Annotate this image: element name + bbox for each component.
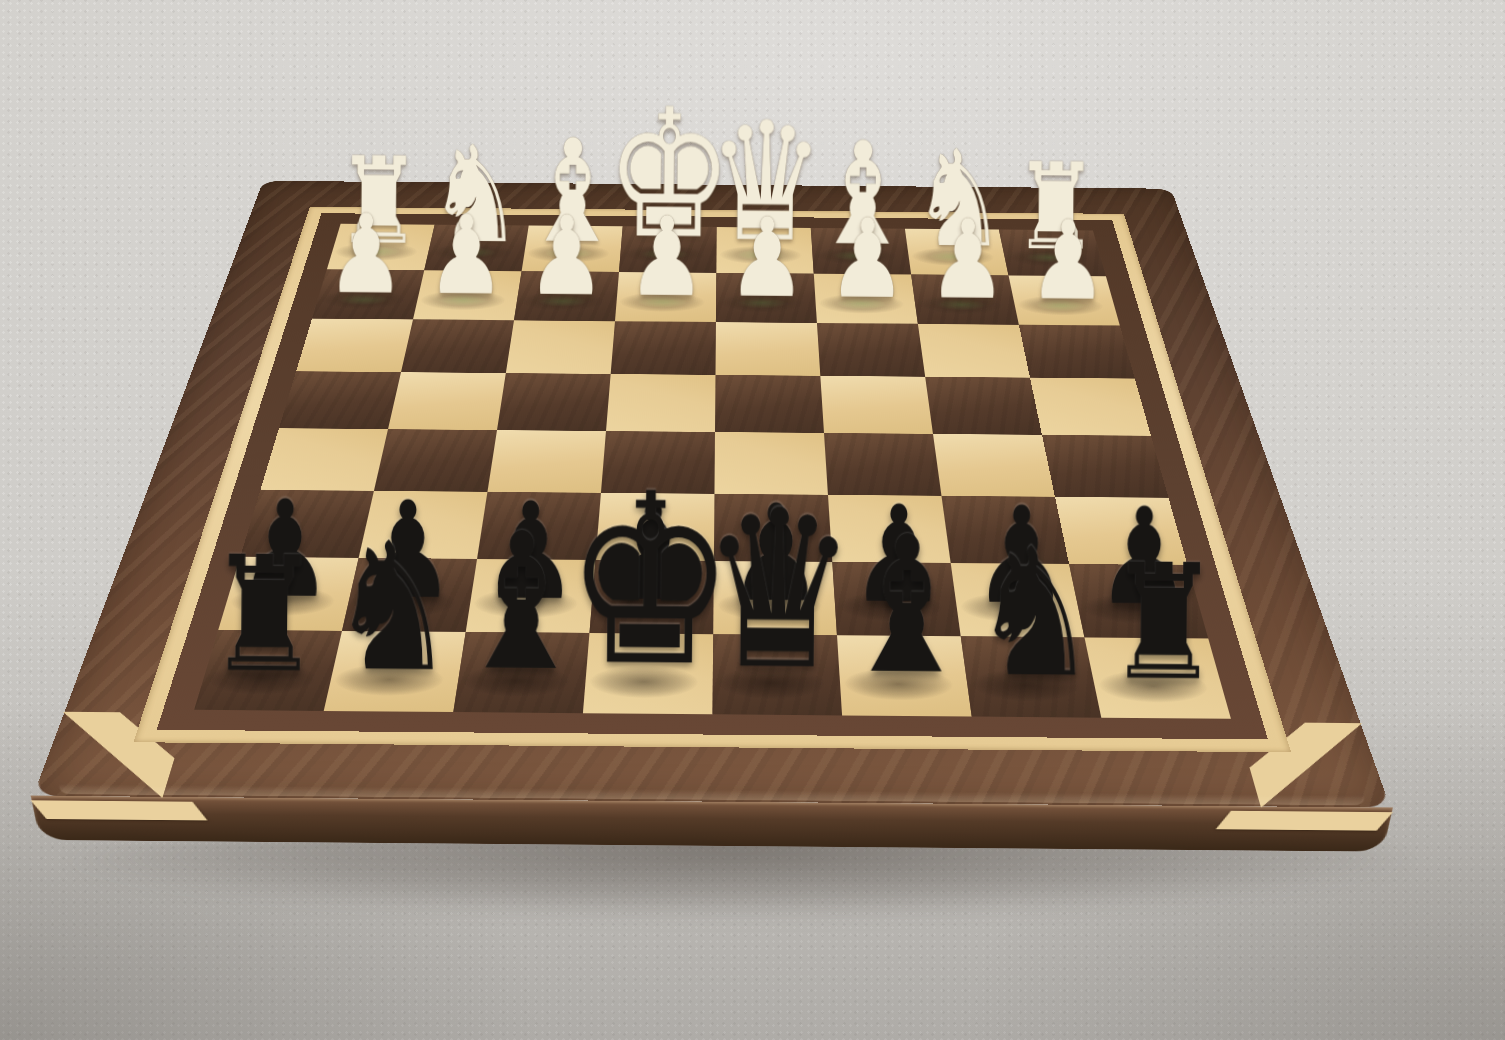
square-b2[interactable]: ♟ [911,275,1019,325]
square-d8[interactable]: ♛ [712,634,842,715]
square-f2[interactable]: ♟ [514,271,619,321]
piece-white-pawn-g2[interactable]: ♟ [426,201,505,311]
piece-black-knight-b8[interactable]: ♞ [970,525,1098,703]
square-c2[interactable]: ♟ [813,274,917,324]
square-b8[interactable]: ♞ [960,636,1101,717]
edge-spline-left [30,800,207,820]
square-b4[interactable] [925,377,1042,435]
piece-white-pawn-a2[interactable]: ♟ [1027,206,1106,316]
square-e8[interactable]: ♚ [582,633,712,714]
square-d2[interactable]: ♟ [715,273,816,323]
square-e4[interactable] [606,374,715,432]
square-f3[interactable] [505,320,614,374]
square-a2[interactable]: ♟ [1008,275,1119,325]
photo-scene: ♜♞♝♚♛♝♞♜♟♟♟♟♟♟♟♟♟♟♟♟♟♟♟♟♜♞♝♚♛♝♞♜ [0,0,1505,1040]
piece-white-pawn-d2[interactable]: ♟ [727,204,806,314]
square-g8[interactable]: ♞ [323,631,465,712]
square-e3[interactable] [610,321,715,375]
piece-black-knight-g8[interactable]: ♞ [327,519,455,697]
piece-white-pawn-c2[interactable]: ♟ [827,205,906,315]
piece-white-pawn-h2[interactable]: ♟ [325,200,404,310]
chess-board: ♜♞♝♚♛♝♞♜♟♟♟♟♟♟♟♟♟♟♟♟♟♟♟♟♜♞♝♚♛♝♞♜ [33,181,1390,808]
square-c8[interactable]: ♝ [836,635,971,716]
piece-black-bishop-c8[interactable]: ♝ [837,512,974,702]
board-frame-walnut: ♜♞♝♚♛♝♞♜♟♟♟♟♟♟♟♟♟♟♟♟♟♟♟♟♜♞♝♚♛♝♞♜ [33,181,1390,808]
piece-white-pawn-e2[interactable]: ♟ [626,203,705,313]
square-h8[interactable]: ♜ [194,630,342,711]
square-b3[interactable] [917,324,1029,378]
square-g2[interactable]: ♟ [413,270,522,320]
square-a3[interactable] [1018,325,1134,379]
piece-black-rook-a8[interactable]: ♜ [1105,544,1221,704]
square-f4[interactable] [497,373,611,431]
square-d4[interactable] [715,375,824,433]
square-c3[interactable] [816,323,924,377]
square-g3[interactable] [401,319,514,373]
square-d3[interactable] [715,322,820,376]
board-squares: ♜♞♝♚♛♝♞♜♟♟♟♟♟♟♟♟♟♟♟♟♟♟♟♟♜♞♝♚♛♝♞♜ [194,224,1231,719]
piece-white-pawn-f2[interactable]: ♟ [526,202,605,312]
board-frame-inner-walnut: ♜♞♝♚♛♝♞♜♟♟♟♟♟♟♟♟♟♟♟♟♟♟♟♟♜♞♝♚♛♝♞♜ [156,213,1267,739]
piece-white-pawn-b2[interactable]: ♟ [927,205,1006,315]
square-h4[interactable] [279,371,401,429]
piece-black-queen-d8[interactable]: ♛ [698,481,856,700]
square-g4[interactable] [388,372,506,430]
square-a8[interactable]: ♜ [1084,637,1230,718]
edge-spline-right [1215,811,1392,831]
square-h3[interactable] [296,318,413,372]
square-a4[interactable] [1029,378,1150,436]
square-e2[interactable]: ♟ [614,272,715,322]
square-h2[interactable]: ♟ [312,269,424,319]
square-c4[interactable] [820,376,933,434]
board-frame-maple-pinstripe: ♜♞♝♚♛♝♞♜♟♟♟♟♟♟♟♟♟♟♟♟♟♟♟♟♜♞♝♚♛♝♞♜ [133,207,1291,753]
piece-black-rook-h8[interactable]: ♜ [205,536,321,696]
